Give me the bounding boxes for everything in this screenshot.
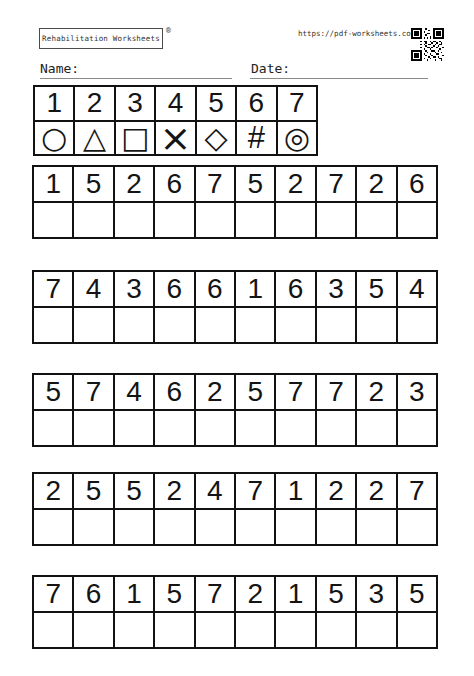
key-number: 6 (236, 86, 276, 121)
answer-cell[interactable] (154, 612, 194, 648)
digit-cell: 6 (154, 374, 194, 410)
answer-cell[interactable] (356, 202, 396, 238)
key-symbol-diamond: ◇ (196, 121, 236, 156)
key-number: 1 (34, 86, 74, 121)
sequence-block-4: 2 5 5 2 4 7 1 2 2 7 (32, 472, 438, 546)
answer-cell[interactable] (195, 509, 235, 545)
answer-cell[interactable] (154, 410, 194, 446)
answer-cell[interactable] (114, 509, 154, 545)
answer-cell[interactable] (33, 410, 73, 446)
digit-cell: 5 (114, 473, 154, 509)
answer-cell[interactable] (195, 612, 235, 648)
sequence-block-1: 1 5 2 6 7 5 2 7 2 6 (32, 165, 438, 239)
key-symbol-circle: ○ (34, 121, 74, 156)
answer-cell[interactable] (356, 612, 396, 648)
digit-cell: 5 (235, 166, 275, 202)
answer-cell[interactable] (397, 202, 437, 238)
answer-cell[interactable] (33, 509, 73, 545)
digit-cell: 7 (235, 473, 275, 509)
answer-cell[interactable] (114, 410, 154, 446)
digit-cell: 6 (73, 576, 113, 612)
digit-cell: 4 (114, 374, 154, 410)
digit-cell: 7 (316, 374, 356, 410)
answer-cell[interactable] (356, 307, 396, 343)
digit-cell: 2 (316, 473, 356, 509)
digit-cell: 6 (275, 271, 315, 307)
key-symbol-double-circle: ◎ (277, 121, 317, 156)
digit-cell: 2 (33, 473, 73, 509)
key-symbol-triangle: △ (74, 121, 114, 156)
digit-cell: 5 (235, 374, 275, 410)
answer-cell[interactable] (73, 307, 113, 343)
answer-cell[interactable] (356, 509, 396, 545)
answer-cell[interactable] (195, 410, 235, 446)
answer-cell[interactable] (73, 612, 113, 648)
digit-cell: 6 (397, 166, 437, 202)
answer-cell[interactable] (316, 410, 356, 446)
answer-cell[interactable] (235, 307, 275, 343)
answer-cell[interactable] (397, 307, 437, 343)
digit-cell: 2 (114, 166, 154, 202)
key-symbol-cross: × (155, 121, 195, 156)
key-symbol-hash: # (236, 121, 276, 156)
sequence-block-3: 5 7 4 6 2 5 7 7 2 3 (32, 373, 438, 447)
digit-cell: 7 (275, 374, 315, 410)
key-symbol-square: □ (115, 121, 155, 156)
digit-cell: 1 (275, 576, 315, 612)
digit-cell: 7 (397, 473, 437, 509)
digit-cell: 7 (73, 374, 113, 410)
answer-cell[interactable] (235, 612, 275, 648)
digit-cell: 3 (316, 271, 356, 307)
answer-cell[interactable] (397, 612, 437, 648)
digit-cell: 5 (356, 271, 396, 307)
answer-cell[interactable] (73, 410, 113, 446)
digit-cell: 5 (73, 166, 113, 202)
sequence-block-5: 7 6 1 5 7 2 1 5 3 5 (32, 575, 438, 649)
answer-cell[interactable] (235, 509, 275, 545)
digit-cell: 6 (154, 271, 194, 307)
answer-cell[interactable] (33, 202, 73, 238)
digit-cell: 5 (33, 374, 73, 410)
answer-cell[interactable] (73, 509, 113, 545)
logo-box: Rehabilitation Worksheets (39, 28, 163, 49)
answer-cell[interactable] (316, 612, 356, 648)
digit-cell: 7 (33, 576, 73, 612)
registered-trademark: ® (166, 26, 171, 35)
digit-cell: 2 (235, 576, 275, 612)
answer-cell[interactable] (275, 612, 315, 648)
answer-cell[interactable] (195, 202, 235, 238)
answer-cell[interactable] (114, 202, 154, 238)
key-number: 7 (277, 86, 317, 121)
digit-cell: 5 (397, 576, 437, 612)
digit-cell: 7 (195, 166, 235, 202)
answer-cell[interactable] (356, 410, 396, 446)
answer-cell[interactable] (195, 307, 235, 343)
answer-cell[interactable] (275, 410, 315, 446)
digit-cell: 6 (195, 271, 235, 307)
answer-cell[interactable] (114, 612, 154, 648)
answer-cell[interactable] (33, 307, 73, 343)
digit-cell: 2 (356, 374, 396, 410)
digit-cell: 2 (356, 473, 396, 509)
name-label: Name: (40, 61, 79, 76)
digit-cell: 3 (356, 576, 396, 612)
answer-cell[interactable] (114, 307, 154, 343)
answer-cell[interactable] (235, 202, 275, 238)
qr-code-icon (411, 28, 444, 61)
answer-cell[interactable] (154, 202, 194, 238)
digit-cell: 5 (154, 576, 194, 612)
answer-cell[interactable] (397, 509, 437, 545)
digit-cell: 3 (397, 374, 437, 410)
digit-cell: 5 (73, 473, 113, 509)
answer-cell[interactable] (397, 410, 437, 446)
digit-cell: 2 (195, 374, 235, 410)
digit-cell: 4 (195, 473, 235, 509)
logo-label: Rehabilitation Worksheets (42, 34, 160, 43)
digit-cell: 2 (356, 166, 396, 202)
digit-cell: 2 (275, 166, 315, 202)
digit-cell: 5 (316, 576, 356, 612)
name-field-line[interactable] (40, 78, 232, 79)
digit-cell: 2 (154, 473, 194, 509)
answer-cell[interactable] (73, 202, 113, 238)
digit-cell: 7 (316, 166, 356, 202)
date-label: Date: (251, 61, 290, 76)
digit-cell: 7 (33, 271, 73, 307)
digit-cell: 1 (235, 271, 275, 307)
key-number: 5 (196, 86, 236, 121)
digit-cell: 1 (275, 473, 315, 509)
sequence-block-2: 7 4 3 6 6 1 6 3 5 4 (32, 270, 438, 344)
site-url[interactable]: https://pdf-worksheets.com (298, 29, 415, 38)
answer-cell[interactable] (235, 410, 275, 446)
answer-cell[interactable] (154, 307, 194, 343)
date-field-line[interactable] (250, 78, 428, 79)
answer-cell[interactable] (316, 307, 356, 343)
answer-cell[interactable] (154, 509, 194, 545)
digit-cell: 3 (114, 271, 154, 307)
digit-cell: 6 (154, 166, 194, 202)
digit-cell: 7 (195, 576, 235, 612)
answer-cell[interactable] (275, 509, 315, 545)
digit-cell: 4 (73, 271, 113, 307)
digit-cell: 1 (33, 166, 73, 202)
answer-cell[interactable] (275, 307, 315, 343)
symbol-key-table: 1 2 3 4 5 6 7 ○ △ □ × ◇ # ◎ (33, 85, 318, 156)
key-number: 2 (74, 86, 114, 121)
digit-cell: 4 (397, 271, 437, 307)
answer-cell[interactable] (316, 509, 356, 545)
worksheet-page: Rehabilitation Worksheets ® https://pdf-… (0, 0, 474, 676)
answer-cell[interactable] (33, 612, 73, 648)
key-number: 3 (115, 86, 155, 121)
answer-cell[interactable] (316, 202, 356, 238)
digit-cell: 1 (114, 576, 154, 612)
answer-cell[interactable] (275, 202, 315, 238)
